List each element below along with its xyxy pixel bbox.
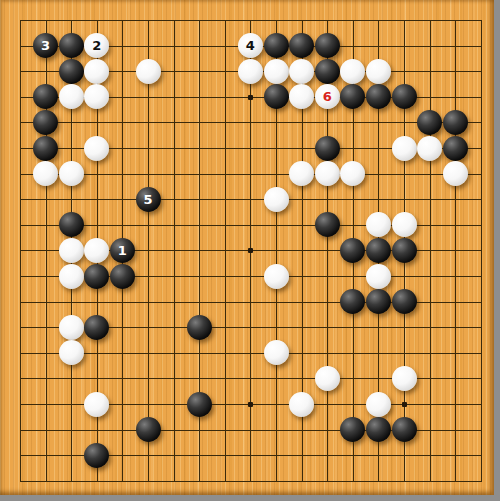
stone-black (315, 59, 340, 84)
stone-black (136, 417, 161, 442)
stone-white (84, 84, 109, 109)
stone-white (417, 136, 442, 161)
move-number-label: 5 (143, 193, 152, 206)
stone-white (33, 161, 58, 186)
stone-white (443, 161, 468, 186)
stone-white (366, 392, 391, 417)
stone-white (59, 340, 84, 365)
star-point (248, 248, 253, 253)
stone-black (264, 84, 289, 109)
stone-black (340, 238, 365, 263)
stone-white: 6 (315, 84, 340, 109)
stone-white (366, 59, 391, 84)
stone-black (366, 238, 391, 263)
stone-white (392, 212, 417, 237)
stone-white (264, 264, 289, 289)
stone-black (443, 110, 468, 135)
stone-white (289, 84, 314, 109)
stone-black (33, 136, 58, 161)
move-number-label: 6 (323, 90, 332, 103)
stone-white (340, 161, 365, 186)
stone-white (392, 136, 417, 161)
star-point (248, 95, 253, 100)
stone-white (84, 238, 109, 263)
stone-black (187, 315, 212, 340)
stone-white (289, 161, 314, 186)
stone-white (84, 392, 109, 417)
move-number-label: 2 (92, 39, 101, 52)
stone-white (84, 59, 109, 84)
stone-black (340, 289, 365, 314)
stone-white (238, 59, 263, 84)
stone-white (264, 59, 289, 84)
stone-black (340, 84, 365, 109)
stone-white (136, 59, 161, 84)
stone-white (264, 340, 289, 365)
stone-black (392, 289, 417, 314)
stone-black (366, 289, 391, 314)
stone-black (59, 33, 84, 58)
stone-black (315, 136, 340, 161)
stone-white (59, 264, 84, 289)
stone-black (315, 33, 340, 58)
stone-black (315, 212, 340, 237)
stone-white (315, 366, 340, 391)
stone-black (392, 417, 417, 442)
stone-black: 1 (110, 238, 135, 263)
stone-black (264, 33, 289, 58)
stone-white: 2 (84, 33, 109, 58)
stone-black (417, 110, 442, 135)
stone-black (59, 212, 84, 237)
stone-black (366, 417, 391, 442)
stone-black (33, 84, 58, 109)
move-number-label: 1 (118, 244, 127, 257)
board-frame: 324651 (0, 0, 500, 501)
stone-black (84, 264, 109, 289)
stone-white (59, 315, 84, 340)
stone-black (289, 33, 314, 58)
go-board[interactable]: 324651 (0, 0, 494, 495)
stone-white (366, 264, 391, 289)
move-number-label: 3 (41, 39, 50, 52)
stone-white (366, 212, 391, 237)
stone-black (366, 84, 391, 109)
stone-white: 4 (238, 33, 263, 58)
stone-black (33, 110, 58, 135)
stone-white (84, 136, 109, 161)
stone-black (187, 392, 212, 417)
stone-black (59, 59, 84, 84)
stone-black (340, 417, 365, 442)
stone-white (264, 187, 289, 212)
stone-white (59, 238, 84, 263)
move-number-label: 4 (246, 39, 255, 52)
stone-white (59, 161, 84, 186)
stone-black (392, 238, 417, 263)
stone-black (84, 315, 109, 340)
stone-white (340, 59, 365, 84)
stone-white (59, 84, 84, 109)
stone-black (443, 136, 468, 161)
stone-white (392, 366, 417, 391)
stone-white (289, 392, 314, 417)
stone-black (84, 443, 109, 468)
stone-white (289, 59, 314, 84)
stone-black: 3 (33, 33, 58, 58)
stone-black: 5 (136, 187, 161, 212)
stone-black (392, 84, 417, 109)
stone-black (110, 264, 135, 289)
stone-white (315, 161, 340, 186)
star-point (248, 402, 253, 407)
star-point (402, 402, 407, 407)
